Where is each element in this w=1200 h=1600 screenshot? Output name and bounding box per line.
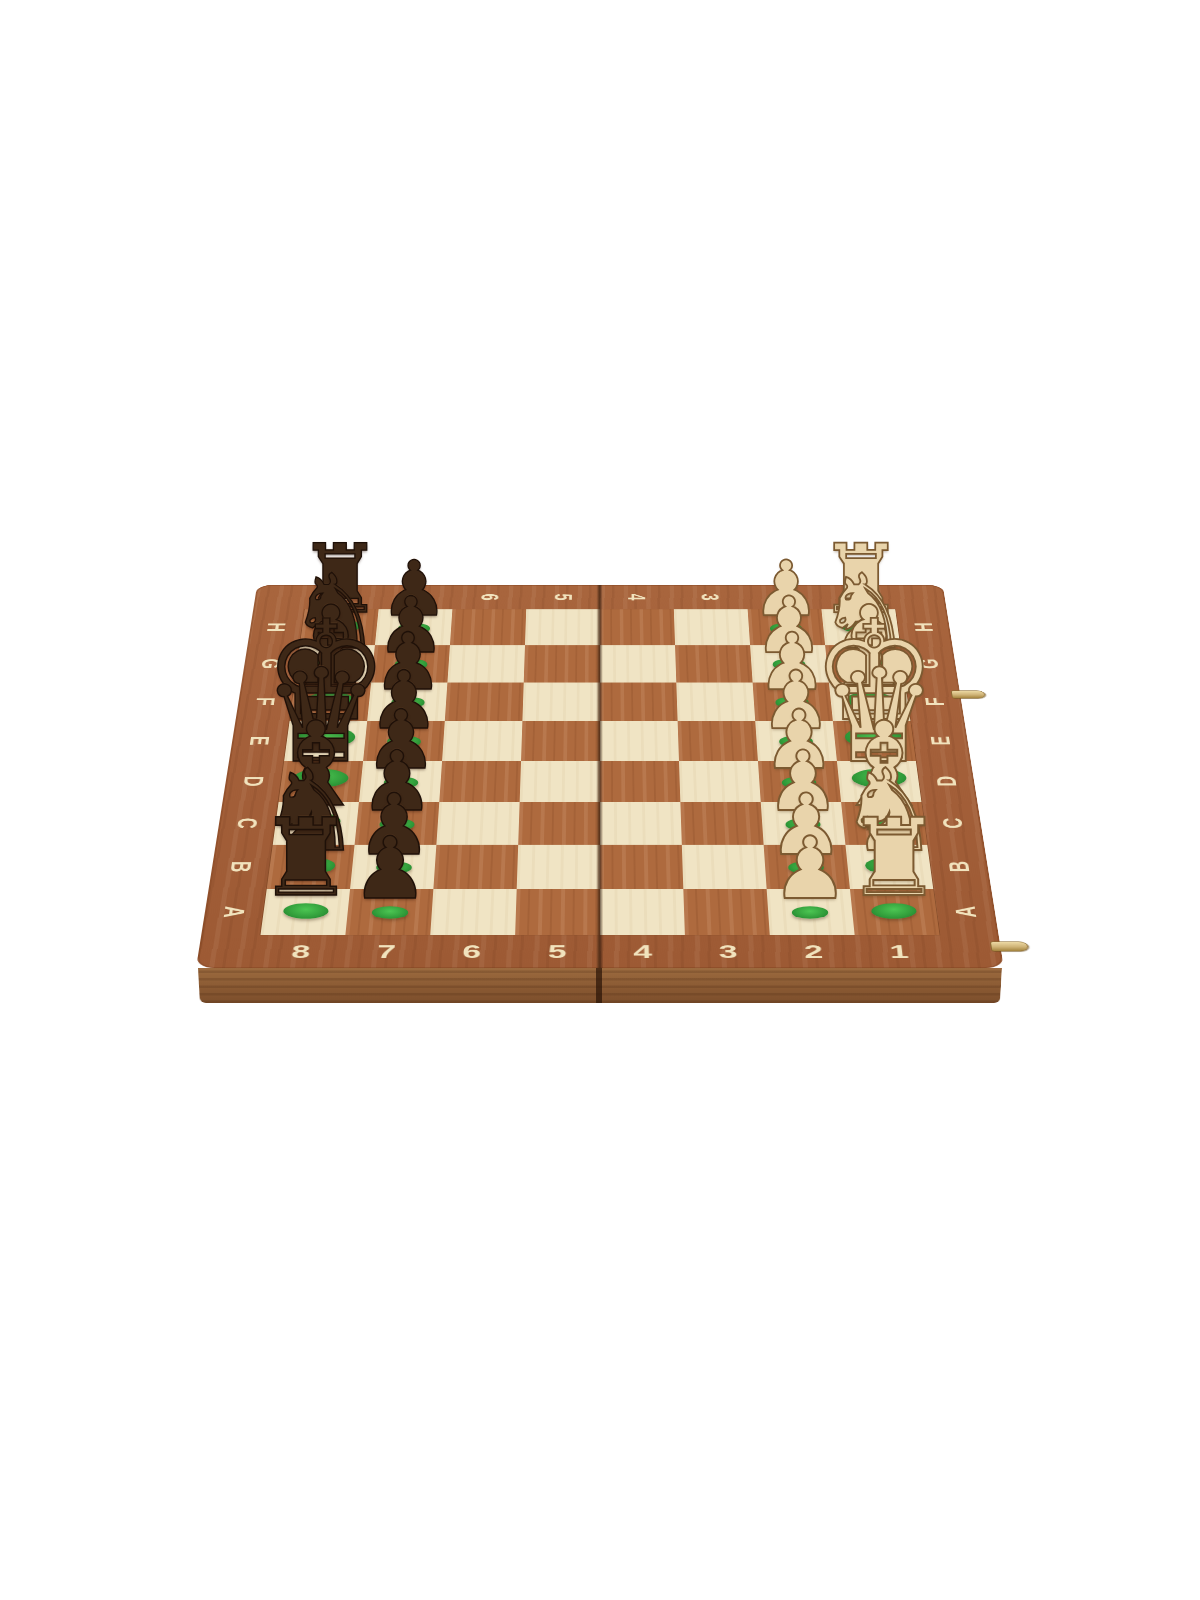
piece-glyph: ♜ bbox=[257, 804, 353, 912]
piece-glyph: ♟ bbox=[772, 826, 849, 912]
pieces-layer: ♜♞♝♛♚♝♞♜♟♟♟♟♟♟♟♟♟♟♟♟♟♟♟♟♜♞♝♛♚♝♞♜ bbox=[0, 0, 1200, 1600]
piece-glyph: ♜ bbox=[846, 804, 942, 912]
piece-glyph: ♟ bbox=[351, 826, 428, 912]
